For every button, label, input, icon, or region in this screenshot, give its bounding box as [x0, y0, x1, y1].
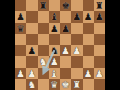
square-f7[interactable]: ♟: [71, 11, 82, 22]
square-c2[interactable]: [38, 68, 49, 79]
square-a3[interactable]: [15, 56, 26, 67]
square-g2[interactable]: ♟: [83, 68, 94, 79]
piece-black-rook: ♜: [95, 0, 104, 11]
square-h1[interactable]: [94, 79, 105, 90]
square-b5[interactable]: [26, 34, 37, 45]
square-g7[interactable]: ♟: [83, 11, 94, 22]
square-f4[interactable]: ♟: [71, 45, 82, 56]
piece-black-knight: ♞: [50, 45, 59, 56]
square-g3[interactable]: [83, 56, 94, 67]
piece-black-pawn: ♟: [61, 22, 70, 33]
video-frame: ♜♚♜♟♝♟♟♟♛♟♟♟♞♟♟♞♟♟♟♝♟♟♞♛♚♜: [0, 0, 120, 90]
square-h7[interactable]: ♟: [94, 11, 105, 22]
piece-black-king: ♚: [61, 0, 70, 11]
piece-black-bishop: ♝: [50, 11, 59, 22]
square-e4[interactable]: ♟: [60, 45, 71, 56]
square-b8[interactable]: [26, 0, 37, 11]
letterbox-right: [105, 0, 120, 90]
square-d1[interactable]: ♛: [49, 79, 60, 90]
piece-white-knight: ♞: [39, 56, 48, 67]
square-d6[interactable]: ♟: [49, 23, 60, 34]
piece-black-pawn: ♟: [50, 22, 59, 33]
square-a6[interactable]: ♛: [15, 23, 26, 34]
square-e8[interactable]: ♚: [60, 0, 71, 11]
square-b4[interactable]: ♟: [26, 45, 37, 56]
square-e2[interactable]: [60, 68, 71, 79]
piece-black-rook: ♜: [39, 0, 48, 11]
square-e6[interactable]: ♟: [60, 23, 71, 34]
piece-white-pawn: ♟: [50, 56, 59, 67]
square-h6[interactable]: [94, 23, 105, 34]
square-a4[interactable]: [15, 45, 26, 56]
piece-black-queen: ♛: [16, 22, 25, 33]
chess-board: ♜♚♜♟♝♟♟♟♛♟♟♟♞♟♟♞♟♟♟♝♟♟♞♛♚♜: [15, 0, 105, 90]
square-h5[interactable]: [94, 34, 105, 45]
square-a2[interactable]: ♟: [15, 68, 26, 79]
piece-black-pawn: ♟: [16, 11, 25, 22]
square-c7[interactable]: [38, 11, 49, 22]
square-f3[interactable]: [71, 56, 82, 67]
square-f2[interactable]: [71, 68, 82, 79]
square-b2[interactable]: ♟: [26, 68, 37, 79]
piece-black-pawn: ♟: [95, 11, 104, 22]
piece-black-pawn: ♟: [84, 11, 93, 22]
square-a1[interactable]: [15, 79, 26, 90]
square-f5[interactable]: [71, 34, 82, 45]
piece-white-queen: ♛: [50, 78, 59, 89]
square-c3[interactable]: ♞: [38, 56, 49, 67]
square-e7[interactable]: [60, 11, 71, 22]
piece-white-pawn: ♟: [61, 45, 70, 56]
square-h2[interactable]: ♟: [94, 68, 105, 79]
square-b6[interactable]: [26, 23, 37, 34]
square-a5[interactable]: [15, 34, 26, 45]
square-d3[interactable]: ♟: [49, 56, 60, 67]
square-h3[interactable]: [94, 56, 105, 67]
square-d7[interactable]: ♝: [49, 11, 60, 22]
square-e3[interactable]: [60, 56, 71, 67]
piece-white-rook: ♜: [73, 78, 82, 89]
piece-white-pawn: ♟: [73, 45, 82, 56]
square-d2[interactable]: ♝: [49, 68, 60, 79]
piece-white-pawn: ♟: [28, 67, 37, 78]
piece-white-pawn: ♟: [95, 67, 104, 78]
piece-black-pawn: ♟: [28, 45, 37, 56]
square-d4[interactable]: ♞: [49, 45, 60, 56]
piece-white-pawn: ♟: [16, 67, 25, 78]
piece-white-king: ♚: [61, 78, 70, 89]
square-c5[interactable]: [38, 34, 49, 45]
square-g5[interactable]: [83, 34, 94, 45]
square-g6[interactable]: [83, 23, 94, 34]
square-g8[interactable]: [83, 0, 94, 11]
square-b7[interactable]: [26, 11, 37, 22]
piece-white-bishop: ♝: [50, 67, 59, 78]
square-d5[interactable]: [49, 34, 60, 45]
square-e1[interactable]: ♚: [60, 79, 71, 90]
square-c4[interactable]: [38, 45, 49, 56]
square-h4[interactable]: [94, 45, 105, 56]
piece-white-pawn: ♟: [84, 67, 93, 78]
letterbox-left: [0, 0, 15, 90]
square-f6[interactable]: [71, 23, 82, 34]
piece-white-knight: ♞: [28, 78, 37, 89]
square-c1[interactable]: [38, 79, 49, 90]
square-h8[interactable]: ♜: [94, 0, 105, 11]
square-d8[interactable]: [49, 0, 60, 11]
square-g4[interactable]: [83, 45, 94, 56]
square-g1[interactable]: [83, 79, 94, 90]
piece-black-pawn: ♟: [73, 11, 82, 22]
square-f1[interactable]: ♜: [71, 79, 82, 90]
square-b1[interactable]: ♞: [26, 79, 37, 90]
square-c6[interactable]: [38, 23, 49, 34]
square-f8[interactable]: [71, 0, 82, 11]
square-c8[interactable]: ♜: [38, 0, 49, 11]
square-b3[interactable]: [26, 56, 37, 67]
square-a8[interactable]: [15, 0, 26, 11]
square-e5[interactable]: [60, 34, 71, 45]
square-a7[interactable]: ♟: [15, 11, 26, 22]
